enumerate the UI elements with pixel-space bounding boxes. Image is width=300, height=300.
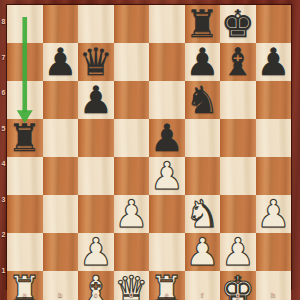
square-h3[interactable]: ♟ [256,195,292,233]
square-f5[interactable] [185,119,221,157]
square-e3[interactable] [149,195,185,233]
square-b8[interactable] [43,5,79,43]
piece-white-pawn[interactable]: ♟ [150,157,184,195]
square-g3[interactable] [220,195,256,233]
rank-label-1: 1 [0,267,7,274]
piece-black-pawn[interactable]: ♟ [256,43,290,81]
square-g2[interactable]: ♟ [220,233,256,271]
square-d8[interactable] [114,5,150,43]
file-label-a: a [20,291,30,298]
square-h6[interactable] [256,81,292,119]
square-a6[interactable] [7,81,43,119]
file-label-f: f [197,291,207,298]
square-f3[interactable]: ♞ [185,195,221,233]
rank-label-4: 4 [0,160,7,167]
piece-black-pawn[interactable]: ♟ [43,43,77,81]
square-c2[interactable]: ♟ [78,233,114,271]
square-b2[interactable] [43,233,79,271]
square-a7[interactable] [7,43,43,81]
square-b3[interactable] [43,195,79,233]
square-d3[interactable]: ♟ [114,195,150,233]
square-b6[interactable] [43,81,79,119]
square-b4[interactable] [43,157,79,195]
piece-black-rook[interactable]: ♜ [8,119,42,157]
square-g4[interactable] [220,157,256,195]
square-a4[interactable] [7,157,43,195]
square-e6[interactable] [149,81,185,119]
file-label-b: b [55,291,65,298]
piece-black-knight[interactable]: ♞ [185,81,219,119]
square-b5[interactable] [43,119,79,157]
piece-white-pawn[interactable]: ♟ [221,233,255,271]
rank-label-7: 7 [0,54,7,61]
piece-white-pawn[interactable]: ♟ [114,195,148,233]
file-label-g: g [233,291,243,298]
square-c3[interactable] [78,195,114,233]
piece-white-pawn[interactable]: ♟ [79,233,113,271]
piece-black-bishop[interactable]: ♝ [221,43,255,81]
square-d6[interactable] [114,81,150,119]
square-c7[interactable]: ♛ [78,43,114,81]
rank-label-8: 8 [0,18,7,25]
square-h4[interactable] [256,157,292,195]
square-d2[interactable] [114,233,150,271]
square-d4[interactable] [114,157,150,195]
piece-white-knight[interactable]: ♞ [185,195,219,233]
chess-board-frame: ♜♚♟♛♟♝♟♟♞♜♟♟♟♞♟♟♟♟♜♝♛♜♚ 87654321abcdefgh [0,0,300,300]
square-c5[interactable] [78,119,114,157]
piece-white-pawn[interactable]: ♟ [256,195,290,233]
square-e4[interactable]: ♟ [149,157,185,195]
square-f4[interactable] [185,157,221,195]
piece-black-pawn[interactable]: ♟ [150,119,184,157]
square-h7[interactable]: ♟ [256,43,292,81]
rank-label-2: 2 [0,231,7,238]
square-e2[interactable] [149,233,185,271]
square-h2[interactable] [256,233,292,271]
square-c8[interactable] [78,5,114,43]
file-label-c: c [91,291,101,298]
square-g6[interactable] [220,81,256,119]
piece-white-pawn[interactable]: ♟ [185,233,219,271]
piece-black-king[interactable]: ♚ [221,5,255,43]
square-a5[interactable]: ♜ [7,119,43,157]
square-g7[interactable]: ♝ [220,43,256,81]
square-a2[interactable] [7,233,43,271]
chess-board: ♜♚♟♛♟♝♟♟♞♜♟♟♟♞♟♟♟♟♜♝♛♜♚ [7,5,291,289]
square-e5[interactable]: ♟ [149,119,185,157]
square-f7[interactable]: ♟ [185,43,221,81]
square-e7[interactable] [149,43,185,81]
square-c6[interactable]: ♟ [78,81,114,119]
rank-label-5: 5 [0,125,7,132]
square-g5[interactable] [220,119,256,157]
square-b7[interactable]: ♟ [43,43,79,81]
piece-black-pawn[interactable]: ♟ [185,43,219,81]
square-a3[interactable] [7,195,43,233]
square-g8[interactable]: ♚ [220,5,256,43]
square-h8[interactable] [256,5,292,43]
square-d5[interactable] [114,119,150,157]
square-a8[interactable] [7,5,43,43]
square-d7[interactable] [114,43,150,81]
rank-label-3: 3 [0,196,7,203]
piece-black-pawn[interactable]: ♟ [79,81,113,119]
square-c4[interactable] [78,157,114,195]
square-h5[interactable] [256,119,292,157]
file-label-h: h [268,291,278,298]
square-f2[interactable]: ♟ [185,233,221,271]
square-f8[interactable]: ♜ [185,5,221,43]
file-label-e: e [162,291,172,298]
piece-black-rook[interactable]: ♜ [185,5,219,43]
piece-black-queen[interactable]: ♛ [79,43,113,81]
rank-label-6: 6 [0,89,7,96]
square-e8[interactable] [149,5,185,43]
file-label-d: d [126,291,136,298]
square-f6[interactable]: ♞ [185,81,221,119]
